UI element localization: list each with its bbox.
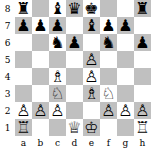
file-label-e: e <box>83 136 100 149</box>
square-c8[interactable]: ♝ <box>49 0 66 17</box>
square-h8[interactable]: ♜ <box>134 0 151 17</box>
chess-board: 8♜♝♛♚♜7♟♟♟♝♟♟6♞♟♞♟5♙4♗♙3♘♗♘2♙♙♙♙♙♙1♖♕♔♖a… <box>0 0 151 149</box>
square-f1[interactable] <box>100 119 117 136</box>
square-c5[interactable] <box>49 51 66 68</box>
black-pawn-piece: ♟ <box>67 34 81 51</box>
white-knight-piece: ♘ <box>50 85 64 102</box>
square-e8[interactable]: ♚ <box>83 0 100 17</box>
rank-label-4: 4 <box>0 68 15 85</box>
square-b3[interactable] <box>32 85 49 102</box>
square-g6[interactable] <box>117 34 134 51</box>
file-label-b: b <box>32 136 49 149</box>
rank-label-2: 2 <box>0 102 15 119</box>
square-a6[interactable] <box>15 34 32 51</box>
square-b4[interactable] <box>32 68 49 85</box>
square-d1[interactable]: ♕ <box>66 119 83 136</box>
white-bishop-piece: ♗ <box>50 68 64 85</box>
square-b5[interactable] <box>32 51 49 68</box>
black-pawn-piece: ♟ <box>135 34 149 51</box>
square-c6[interactable]: ♞ <box>49 34 66 51</box>
square-h2[interactable]: ♙ <box>134 102 151 119</box>
square-c4[interactable]: ♗ <box>49 68 66 85</box>
square-f8[interactable] <box>100 0 117 17</box>
board-corner-spacer <box>0 136 15 149</box>
square-d6[interactable]: ♟ <box>66 34 83 51</box>
black-rook-piece: ♜ <box>16 0 30 17</box>
square-b2[interactable]: ♙ <box>32 102 49 119</box>
black-pawn-piece: ♟ <box>16 17 30 34</box>
black-bishop-piece: ♝ <box>50 0 64 17</box>
square-h7[interactable] <box>134 17 151 34</box>
white-king-piece: ♔ <box>84 119 98 136</box>
file-label-d: d <box>66 136 83 149</box>
square-h6[interactable]: ♟ <box>134 34 151 51</box>
square-f7[interactable]: ♟ <box>100 17 117 34</box>
square-d5[interactable] <box>66 51 83 68</box>
file-label-h: h <box>134 136 151 149</box>
square-e1[interactable]: ♔ <box>83 119 100 136</box>
square-e2[interactable] <box>83 102 100 119</box>
square-d7[interactable] <box>66 17 83 34</box>
square-h5[interactable] <box>134 51 151 68</box>
white-pawn-piece: ♙ <box>33 102 47 119</box>
white-pawn-piece: ♙ <box>118 102 132 119</box>
square-c3[interactable]: ♘ <box>49 85 66 102</box>
file-label-f: f <box>100 136 117 149</box>
square-a5[interactable] <box>15 51 32 68</box>
black-bishop-piece: ♝ <box>84 17 98 34</box>
square-b7[interactable]: ♟ <box>32 17 49 34</box>
square-a8[interactable]: ♜ <box>15 0 32 17</box>
square-e5[interactable]: ♙ <box>83 51 100 68</box>
square-e3[interactable]: ♗ <box>83 85 100 102</box>
white-queen-piece: ♕ <box>67 119 81 136</box>
square-g3[interactable] <box>117 85 134 102</box>
square-f5[interactable] <box>100 51 117 68</box>
white-pawn-piece: ♙ <box>84 51 98 68</box>
black-knight-piece: ♞ <box>50 34 64 51</box>
white-knight-piece: ♘ <box>101 85 115 102</box>
square-e4[interactable]: ♙ <box>83 68 100 85</box>
rank-label-6: 6 <box>0 34 15 51</box>
file-label-a: a <box>15 136 32 149</box>
white-pawn-piece: ♙ <box>135 102 149 119</box>
chess-diagram: 8♜♝♛♚♜7♟♟♟♝♟♟6♞♟♞♟5♙4♗♙3♘♗♘2♙♙♙♙♙♙1♖♕♔♖a… <box>0 0 151 149</box>
rank-label-7: 7 <box>0 17 15 34</box>
square-d3[interactable] <box>66 85 83 102</box>
square-b8[interactable] <box>32 0 49 17</box>
square-g4[interactable] <box>117 68 134 85</box>
square-d8[interactable]: ♛ <box>66 0 83 17</box>
square-h1[interactable]: ♖ <box>134 119 151 136</box>
square-f6[interactable]: ♞ <box>100 34 117 51</box>
black-knight-piece: ♞ <box>101 34 115 51</box>
square-c2[interactable]: ♙ <box>49 102 66 119</box>
square-f4[interactable] <box>100 68 117 85</box>
white-rook-piece: ♖ <box>16 119 30 136</box>
square-g8[interactable] <box>117 0 134 17</box>
square-g7[interactable]: ♟ <box>117 17 134 34</box>
square-h4[interactable] <box>134 68 151 85</box>
square-g1[interactable] <box>117 119 134 136</box>
white-pawn-piece: ♙ <box>101 102 115 119</box>
square-d4[interactable] <box>66 68 83 85</box>
square-a1[interactable]: ♖ <box>15 119 32 136</box>
rank-label-3: 3 <box>0 85 15 102</box>
file-label-g: g <box>117 136 134 149</box>
square-b1[interactable] <box>32 119 49 136</box>
square-f3[interactable]: ♘ <box>100 85 117 102</box>
black-king-piece: ♚ <box>84 0 98 17</box>
file-label-c: c <box>49 136 66 149</box>
square-c1[interactable] <box>49 119 66 136</box>
black-queen-piece: ♛ <box>67 0 81 17</box>
square-g5[interactable] <box>117 51 134 68</box>
black-pawn-piece: ♟ <box>50 17 64 34</box>
square-a4[interactable] <box>15 68 32 85</box>
white-pawn-piece: ♙ <box>16 102 30 119</box>
square-c7[interactable]: ♟ <box>49 17 66 34</box>
white-bishop-piece: ♗ <box>84 85 98 102</box>
square-h3[interactable] <box>134 85 151 102</box>
black-pawn-piece: ♟ <box>33 17 47 34</box>
square-e6[interactable] <box>83 34 100 51</box>
square-b6[interactable] <box>32 34 49 51</box>
white-pawn-piece: ♙ <box>50 102 64 119</box>
square-e7[interactable]: ♝ <box>83 17 100 34</box>
black-rook-piece: ♜ <box>135 0 149 17</box>
square-a7[interactable]: ♟ <box>15 17 32 34</box>
black-pawn-piece: ♟ <box>118 17 132 34</box>
rank-label-5: 5 <box>0 51 15 68</box>
rank-label-1: 1 <box>0 119 15 136</box>
square-a2[interactable]: ♙ <box>15 102 32 119</box>
square-g2[interactable]: ♙ <box>117 102 134 119</box>
square-a3[interactable] <box>15 85 32 102</box>
black-pawn-piece: ♟ <box>101 17 115 34</box>
square-d2[interactable] <box>66 102 83 119</box>
white-rook-piece: ♖ <box>135 119 149 136</box>
square-f2[interactable]: ♙ <box>100 102 117 119</box>
white-pawn-piece: ♙ <box>84 68 98 85</box>
rank-label-8: 8 <box>0 0 15 17</box>
